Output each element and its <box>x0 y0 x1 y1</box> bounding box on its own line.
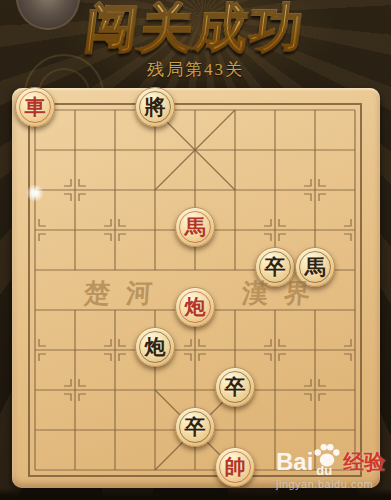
watermark-bai: Bai <box>276 448 313 476</box>
piece-character: 卒 <box>225 377 246 398</box>
page-title: 闯关成功 <box>0 1 391 57</box>
piece-red-車[interactable]: 車 <box>15 87 55 127</box>
piece-character: 將 <box>145 97 166 118</box>
xiangqi-board[interactable]: 楚河 漢界 車將馬卒馬炮炮卒卒帥 <box>12 88 380 488</box>
piece-character: 車 <box>25 97 46 118</box>
sparkle-effect <box>26 184 44 202</box>
watermark-brand: 经验 <box>343 448 385 476</box>
watermark-url: jingyan.baidu.com <box>276 478 385 490</box>
piece-red-馬[interactable]: 馬 <box>175 207 215 247</box>
river-label-left: 楚河 <box>83 276 169 311</box>
baidu-jingyan-watermark: Bai du 经验 jingyan.baidu.com <box>276 444 385 490</box>
piece-character: 炮 <box>185 297 206 318</box>
piece-character: 馬 <box>305 257 326 278</box>
piece-character: 馬 <box>185 217 206 238</box>
watermark-du: du <box>316 463 332 478</box>
piece-black-炮[interactable]: 炮 <box>135 327 175 367</box>
piece-red-帥[interactable]: 帥 <box>215 447 255 487</box>
level-subtitle: 残局第43关 <box>0 58 391 81</box>
piece-character: 帥 <box>225 457 246 478</box>
river-label-right: 漢界 <box>241 276 327 311</box>
piece-character: 卒 <box>265 257 286 278</box>
game-screen: 小 闯关成功 残局第43关 楚河 漢界 車將馬卒馬炮炮卒卒帥 Bai du 经验 <box>0 0 391 500</box>
piece-black-卒[interactable]: 卒 <box>215 367 255 407</box>
baidu-paw-icon: du <box>314 444 340 476</box>
piece-black-將[interactable]: 將 <box>135 87 175 127</box>
piece-red-炮[interactable]: 炮 <box>175 287 215 327</box>
piece-black-卒[interactable]: 卒 <box>175 407 215 447</box>
piece-character: 卒 <box>185 417 206 438</box>
piece-character: 炮 <box>145 337 166 358</box>
